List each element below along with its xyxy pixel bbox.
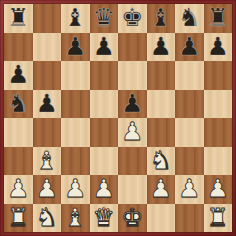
piece-black-rook: ♜ xyxy=(204,4,233,33)
piece-white-knight: ♞ xyxy=(33,204,62,233)
square-e1[interactable]: ♚ xyxy=(118,204,147,233)
piece-black-bishop: ♝ xyxy=(147,4,176,33)
square-e8[interactable]: ♚ xyxy=(118,4,147,33)
square-h1[interactable]: ♜ xyxy=(204,204,233,233)
piece-black-knight: ♞ xyxy=(175,4,204,33)
square-d1[interactable]: ♛ xyxy=(90,204,119,233)
square-d3[interactable] xyxy=(90,147,119,176)
square-d4[interactable] xyxy=(90,118,119,147)
square-f4[interactable] xyxy=(147,118,176,147)
square-h6[interactable] xyxy=(204,61,233,90)
square-c2[interactable]: ♟ xyxy=(61,175,90,204)
piece-white-pawn: ♟ xyxy=(147,175,176,204)
piece-white-pawn: ♟ xyxy=(204,175,233,204)
square-b4[interactable] xyxy=(33,118,62,147)
square-d8[interactable]: ♛ xyxy=(90,4,119,33)
square-e6[interactable] xyxy=(118,61,147,90)
square-b7[interactable] xyxy=(33,33,62,62)
square-a7[interactable] xyxy=(4,33,33,62)
square-g1[interactable] xyxy=(175,204,204,233)
square-g7[interactable]: ♟ xyxy=(175,33,204,62)
square-d6[interactable] xyxy=(90,61,119,90)
square-a6[interactable]: ♟ xyxy=(4,61,33,90)
piece-white-bishop: ♝ xyxy=(33,147,62,176)
piece-black-pawn: ♟ xyxy=(175,33,204,62)
piece-white-king: ♚ xyxy=(118,204,147,233)
piece-white-rook: ♜ xyxy=(4,204,33,233)
piece-black-queen: ♛ xyxy=(90,4,119,33)
square-a3[interactable] xyxy=(4,147,33,176)
square-f2[interactable]: ♟ xyxy=(147,175,176,204)
piece-black-knight: ♞ xyxy=(4,90,33,119)
square-h7[interactable]: ♟ xyxy=(204,33,233,62)
chess-board-frame: ♜♝♛♚♝♞♜♟♟♟♟♟♟♞♟♟♟♝♞♟♟♟♟♟♟♟♜♞♝♛♚♜ xyxy=(0,0,236,236)
square-f7[interactable]: ♟ xyxy=(147,33,176,62)
piece-white-pawn: ♟ xyxy=(33,175,62,204)
piece-white-bishop: ♝ xyxy=(61,204,90,233)
square-c8[interactable]: ♝ xyxy=(61,4,90,33)
square-f8[interactable]: ♝ xyxy=(147,4,176,33)
piece-black-pawn: ♟ xyxy=(4,61,33,90)
square-e3[interactable] xyxy=(118,147,147,176)
piece-white-pawn: ♟ xyxy=(90,175,119,204)
piece-black-rook: ♜ xyxy=(4,4,33,33)
piece-white-rook: ♜ xyxy=(204,204,233,233)
square-h4[interactable] xyxy=(204,118,233,147)
square-b6[interactable] xyxy=(33,61,62,90)
square-g8[interactable]: ♞ xyxy=(175,4,204,33)
square-b3[interactable]: ♝ xyxy=(33,147,62,176)
piece-white-knight: ♞ xyxy=(147,147,176,176)
square-b5[interactable]: ♟ xyxy=(33,90,62,119)
square-e7[interactable] xyxy=(118,33,147,62)
square-b8[interactable] xyxy=(33,4,62,33)
piece-white-pawn: ♟ xyxy=(175,175,204,204)
square-b1[interactable]: ♞ xyxy=(33,204,62,233)
square-d7[interactable]: ♟ xyxy=(90,33,119,62)
piece-black-pawn: ♟ xyxy=(118,90,147,119)
square-e4[interactable]: ♟ xyxy=(118,118,147,147)
piece-white-pawn: ♟ xyxy=(118,118,147,147)
square-a4[interactable] xyxy=(4,118,33,147)
square-f5[interactable] xyxy=(147,90,176,119)
square-a8[interactable]: ♜ xyxy=(4,4,33,33)
square-c1[interactable]: ♝ xyxy=(61,204,90,233)
square-f6[interactable] xyxy=(147,61,176,90)
piece-black-pawn: ♟ xyxy=(90,33,119,62)
piece-black-king: ♚ xyxy=(118,4,147,33)
square-g2[interactable]: ♟ xyxy=(175,175,204,204)
piece-black-pawn: ♟ xyxy=(61,33,90,62)
piece-black-pawn: ♟ xyxy=(33,90,62,119)
square-d5[interactable] xyxy=(90,90,119,119)
square-c6[interactable] xyxy=(61,61,90,90)
square-a2[interactable]: ♟ xyxy=(4,175,33,204)
chess-board: ♜♝♛♚♝♞♜♟♟♟♟♟♟♞♟♟♟♝♞♟♟♟♟♟♟♟♜♞♝♛♚♜ xyxy=(4,4,232,232)
square-g6[interactable] xyxy=(175,61,204,90)
square-a5[interactable]: ♞ xyxy=(4,90,33,119)
square-e5[interactable]: ♟ xyxy=(118,90,147,119)
square-c4[interactable] xyxy=(61,118,90,147)
square-a1[interactable]: ♜ xyxy=(4,204,33,233)
piece-black-bishop: ♝ xyxy=(61,4,90,33)
square-g5[interactable] xyxy=(175,90,204,119)
square-b2[interactable]: ♟ xyxy=(33,175,62,204)
square-c3[interactable] xyxy=(61,147,90,176)
square-h2[interactable]: ♟ xyxy=(204,175,233,204)
square-g3[interactable] xyxy=(175,147,204,176)
square-d2[interactable]: ♟ xyxy=(90,175,119,204)
square-h5[interactable] xyxy=(204,90,233,119)
piece-black-pawn: ♟ xyxy=(147,33,176,62)
piece-white-pawn: ♟ xyxy=(4,175,33,204)
square-h3[interactable] xyxy=(204,147,233,176)
piece-white-pawn: ♟ xyxy=(61,175,90,204)
piece-white-queen: ♛ xyxy=(90,204,119,233)
square-c7[interactable]: ♟ xyxy=(61,33,90,62)
square-e2[interactable] xyxy=(118,175,147,204)
piece-black-pawn: ♟ xyxy=(204,33,233,62)
square-h8[interactable]: ♜ xyxy=(204,4,233,33)
square-g4[interactable] xyxy=(175,118,204,147)
square-f1[interactable] xyxy=(147,204,176,233)
square-c5[interactable] xyxy=(61,90,90,119)
square-f3[interactable]: ♞ xyxy=(147,147,176,176)
